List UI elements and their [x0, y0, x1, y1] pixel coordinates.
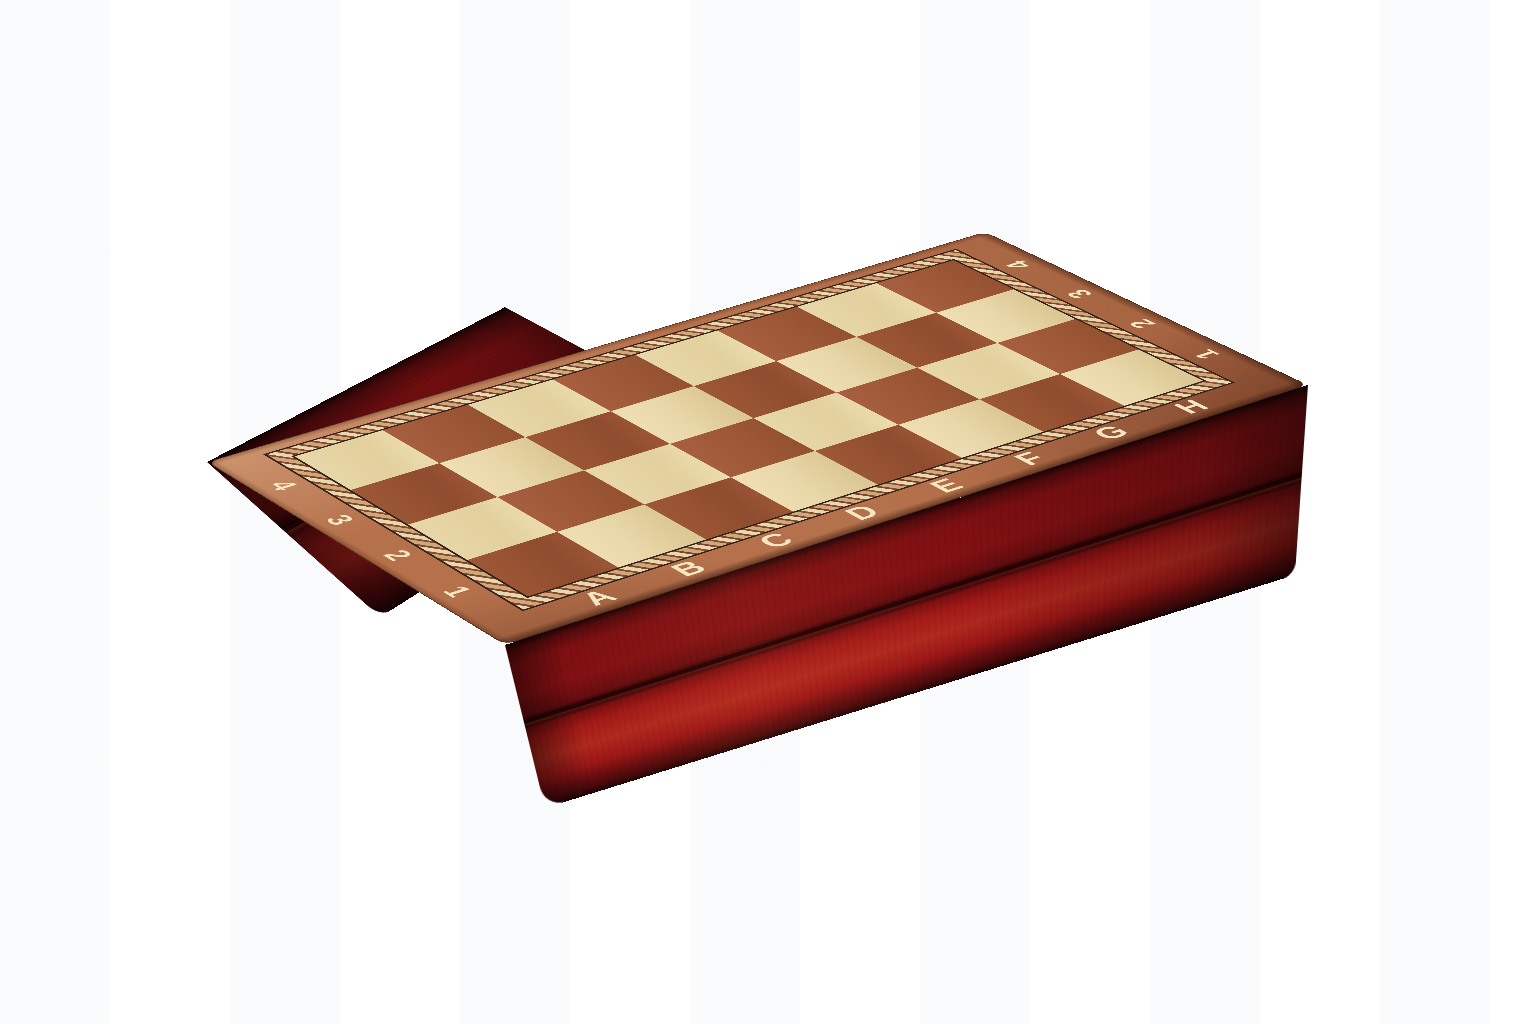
product-photo-stage: A B C D E F G H 4 3 2 1 4 3 2 1: [0, 0, 1536, 1024]
